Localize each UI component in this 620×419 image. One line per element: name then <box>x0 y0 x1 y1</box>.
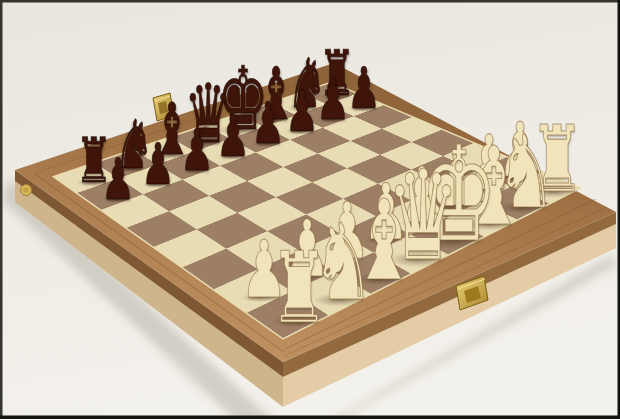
piece-black-pawn-b7[interactable]: ♟ <box>141 135 175 192</box>
piece-black-pawn-g7[interactable]: ♟ <box>316 71 350 128</box>
pieces-layer: ♜♞♟♝♟♚♟♛♟♝♟♞♟♟♜♟♟♜♟♟♞♟♝♟♚♟♛♟♝♟♞♜ <box>0 0 620 419</box>
piece-black-pawn-a7[interactable]: ♟ <box>101 150 135 207</box>
piece-black-pawn-e7[interactable]: ♟ <box>251 95 285 152</box>
piece-black-pawn-c7[interactable]: ♟ <box>180 121 214 178</box>
chess-set-photo: chess <box>0 0 620 419</box>
piece-black-pawn-f7[interactable]: ♟ <box>285 83 319 140</box>
piece-black-pawn-d7[interactable]: ♟ <box>216 108 250 165</box>
piece-white-rook-a1[interactable]: ♜ <box>270 238 328 336</box>
piece-black-pawn-h7[interactable]: ♟ <box>347 60 381 117</box>
